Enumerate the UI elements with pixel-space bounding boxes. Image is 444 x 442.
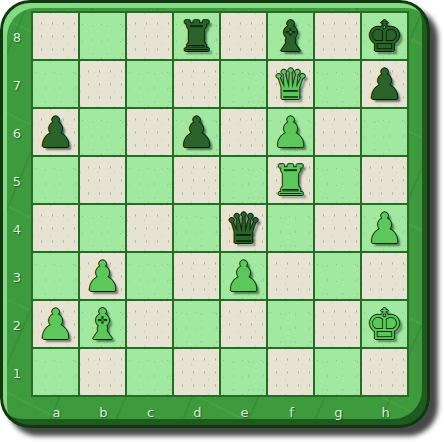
square-e7[interactable] [221, 61, 266, 107]
piece-black-pawn[interactable]: ♟ [37, 110, 75, 156]
file-label-f: f [268, 401, 315, 423]
square-c8[interactable] [127, 13, 172, 59]
piece-white-pawn[interactable]: ♟ [272, 110, 310, 156]
square-f2[interactable] [268, 301, 313, 347]
square-b4[interactable] [80, 205, 125, 251]
square-g2[interactable] [315, 301, 360, 347]
file-label-b: b [80, 401, 127, 423]
square-f6[interactable]: ♟ [268, 109, 313, 155]
square-a2[interactable]: ♟ [33, 301, 78, 347]
square-c6[interactable] [127, 109, 172, 155]
square-d7[interactable] [174, 61, 219, 107]
piece-white-queen[interactable]: ♛ [272, 62, 310, 108]
square-d4[interactable] [174, 205, 219, 251]
square-b7[interactable] [80, 61, 125, 107]
square-c1[interactable] [127, 349, 172, 395]
square-d5[interactable] [174, 157, 219, 203]
square-g7[interactable] [315, 61, 360, 107]
square-f8[interactable]: ♝ [268, 13, 313, 59]
square-g5[interactable] [315, 157, 360, 203]
square-a4[interactable] [33, 205, 78, 251]
piece-white-rook[interactable]: ♜ [272, 158, 310, 204]
file-label-g: g [315, 401, 362, 423]
piece-black-pawn[interactable]: ♟ [366, 62, 404, 108]
square-f5[interactable]: ♜ [268, 157, 313, 203]
square-e5[interactable] [221, 157, 266, 203]
square-h7[interactable]: ♟ [362, 61, 407, 107]
square-g3[interactable] [315, 253, 360, 299]
rank-label-6: 6 [7, 109, 27, 157]
file-label-d: d [174, 401, 221, 423]
square-g4[interactable] [315, 205, 360, 251]
square-b2[interactable]: ♝ [80, 301, 125, 347]
chess-board: 87654321 ♜♝♚♛♟♟♟♟♜♛♟♟♟♟♝♚ abcdefgh [0, 0, 430, 428]
square-f4[interactable] [268, 205, 313, 251]
square-e4[interactable]: ♛ [221, 205, 266, 251]
piece-black-pawn[interactable]: ♟ [178, 110, 216, 156]
rank-label-2: 2 [7, 301, 27, 349]
square-a8[interactable] [33, 13, 78, 59]
rank-labels: 87654321 [7, 13, 27, 397]
square-c5[interactable] [127, 157, 172, 203]
piece-white-bishop[interactable]: ♝ [84, 302, 122, 348]
piece-black-rook[interactable]: ♜ [178, 14, 216, 60]
piece-white-pawn[interactable]: ♟ [84, 254, 122, 300]
piece-black-king[interactable]: ♚ [366, 14, 404, 60]
piece-white-pawn[interactable]: ♟ [366, 206, 404, 252]
rank-label-8: 8 [7, 13, 27, 61]
square-h6[interactable] [362, 109, 407, 155]
square-a7[interactable] [33, 61, 78, 107]
rank-label-3: 3 [7, 253, 27, 301]
square-b6[interactable] [80, 109, 125, 155]
rank-label-7: 7 [7, 61, 27, 109]
square-b3[interactable]: ♟ [80, 253, 125, 299]
file-label-e: e [221, 401, 268, 423]
piece-white-king[interactable]: ♚ [366, 302, 404, 348]
square-h8[interactable]: ♚ [362, 13, 407, 59]
square-d3[interactable] [174, 253, 219, 299]
square-h1[interactable] [362, 349, 407, 395]
square-e3[interactable]: ♟ [221, 253, 266, 299]
file-label-c: c [127, 401, 174, 423]
square-h2[interactable]: ♚ [362, 301, 407, 347]
square-h4[interactable]: ♟ [362, 205, 407, 251]
square-a1[interactable] [33, 349, 78, 395]
square-c2[interactable] [127, 301, 172, 347]
chess-app: 87654321 ♜♝♚♛♟♟♟♟♜♛♟♟♟♟♝♚ abcdefgh [0, 0, 444, 442]
square-h3[interactable] [362, 253, 407, 299]
rank-label-1: 1 [7, 349, 27, 397]
square-e8[interactable] [221, 13, 266, 59]
square-b1[interactable] [80, 349, 125, 395]
square-d1[interactable] [174, 349, 219, 395]
square-g8[interactable] [315, 13, 360, 59]
file-labels: abcdefgh [33, 401, 409, 423]
square-c3[interactable] [127, 253, 172, 299]
rank-label-4: 4 [7, 205, 27, 253]
square-a5[interactable] [33, 157, 78, 203]
piece-black-bishop[interactable]: ♝ [272, 14, 310, 60]
file-label-a: a [33, 401, 80, 423]
rank-label-5: 5 [7, 157, 27, 205]
square-d2[interactable] [174, 301, 219, 347]
square-b5[interactable] [80, 157, 125, 203]
square-a3[interactable] [33, 253, 78, 299]
square-e2[interactable] [221, 301, 266, 347]
piece-black-queen[interactable]: ♛ [225, 206, 263, 252]
square-e1[interactable] [221, 349, 266, 395]
board-grid: ♜♝♚♛♟♟♟♟♜♛♟♟♟♟♝♚ [31, 11, 409, 397]
square-d6[interactable]: ♟ [174, 109, 219, 155]
square-b8[interactable] [80, 13, 125, 59]
square-e6[interactable] [221, 109, 266, 155]
square-a6[interactable]: ♟ [33, 109, 78, 155]
square-g6[interactable] [315, 109, 360, 155]
file-label-h: h [362, 401, 409, 423]
square-g1[interactable] [315, 349, 360, 395]
square-d8[interactable]: ♜ [174, 13, 219, 59]
piece-white-pawn[interactable]: ♟ [225, 254, 263, 300]
square-h5[interactable] [362, 157, 407, 203]
square-f3[interactable] [268, 253, 313, 299]
square-c7[interactable] [127, 61, 172, 107]
square-f1[interactable] [268, 349, 313, 395]
square-f7[interactable]: ♛ [268, 61, 313, 107]
square-c4[interactable] [127, 205, 172, 251]
piece-white-pawn[interactable]: ♟ [37, 302, 75, 348]
